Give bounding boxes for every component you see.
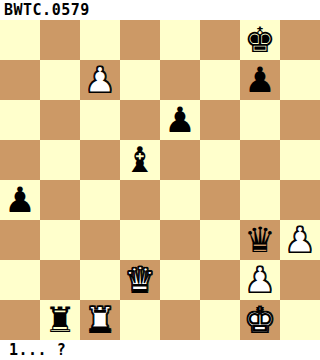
square-e1[interactable]: [160, 300, 200, 340]
square-b2[interactable]: [40, 260, 80, 300]
square-d2[interactable]: ♛: [120, 260, 160, 300]
puzzle-id: BWTC.0579: [4, 1, 90, 19]
square-g6[interactable]: [240, 100, 280, 140]
square-f3[interactable]: [200, 220, 240, 260]
square-d3[interactable]: [120, 220, 160, 260]
square-e5[interactable]: [160, 140, 200, 180]
black-pawn-piece[interactable]: ♟: [164, 100, 195, 140]
square-a7[interactable]: [0, 60, 40, 100]
square-g2[interactable]: ♟: [240, 260, 280, 300]
square-b8[interactable]: [40, 20, 80, 60]
black-king-piece[interactable]: ♚: [244, 20, 275, 60]
white-pawn-piece[interactable]: ♟: [284, 220, 315, 260]
square-a4[interactable]: ♟: [0, 180, 40, 220]
square-c4[interactable]: [80, 180, 120, 220]
square-h4[interactable]: [280, 180, 320, 220]
chess-board: ♚♟♟♟♝♟♛♟♛♟♜♜♚: [0, 20, 320, 340]
square-e6[interactable]: ♟: [160, 100, 200, 140]
square-f1[interactable]: [200, 300, 240, 340]
square-e2[interactable]: [160, 260, 200, 300]
black-pawn-piece[interactable]: ♟: [244, 60, 275, 100]
square-h8[interactable]: [280, 20, 320, 60]
title-bar: BWTC.0579: [0, 0, 320, 20]
square-c7[interactable]: ♟: [80, 60, 120, 100]
black-pawn-piece[interactable]: ♟: [4, 180, 35, 220]
square-f6[interactable]: [200, 100, 240, 140]
square-b1[interactable]: ♜: [40, 300, 80, 340]
square-c5[interactable]: [80, 140, 120, 180]
square-g4[interactable]: [240, 180, 280, 220]
square-h7[interactable]: [280, 60, 320, 100]
black-rook-piece[interactable]: ♜: [44, 300, 75, 340]
square-f2[interactable]: [200, 260, 240, 300]
square-g1[interactable]: ♚: [240, 300, 280, 340]
square-a5[interactable]: [0, 140, 40, 180]
white-queen-piece[interactable]: ♛: [124, 260, 155, 300]
square-e4[interactable]: [160, 180, 200, 220]
square-f5[interactable]: [200, 140, 240, 180]
square-d8[interactable]: [120, 20, 160, 60]
square-e3[interactable]: [160, 220, 200, 260]
square-h6[interactable]: [280, 100, 320, 140]
square-a3[interactable]: [0, 220, 40, 260]
square-a1[interactable]: [0, 300, 40, 340]
square-c8[interactable]: [80, 20, 120, 60]
white-pawn-piece[interactable]: ♟: [244, 260, 275, 300]
square-b7[interactable]: [40, 60, 80, 100]
square-b3[interactable]: [40, 220, 80, 260]
black-queen-piece[interactable]: ♛: [244, 220, 275, 260]
square-d4[interactable]: [120, 180, 160, 220]
square-a6[interactable]: [0, 100, 40, 140]
square-f8[interactable]: [200, 20, 240, 60]
square-c6[interactable]: [80, 100, 120, 140]
white-pawn-piece[interactable]: ♟: [84, 60, 115, 100]
square-h2[interactable]: [280, 260, 320, 300]
square-a2[interactable]: [0, 260, 40, 300]
square-c1[interactable]: ♜: [80, 300, 120, 340]
square-f7[interactable]: [200, 60, 240, 100]
white-rook-piece[interactable]: ♜: [84, 300, 115, 340]
square-h5[interactable]: [280, 140, 320, 180]
square-g3[interactable]: ♛: [240, 220, 280, 260]
square-d7[interactable]: [120, 60, 160, 100]
square-h1[interactable]: [280, 300, 320, 340]
square-d5[interactable]: ♝: [120, 140, 160, 180]
square-b4[interactable]: [40, 180, 80, 220]
move-prompt: 1... ?: [9, 341, 66, 359]
square-a8[interactable]: [0, 20, 40, 60]
square-g7[interactable]: ♟: [240, 60, 280, 100]
square-e8[interactable]: [160, 20, 200, 60]
status-bar: 1... ?: [0, 340, 320, 360]
white-king-piece[interactable]: ♚: [244, 300, 275, 340]
square-c3[interactable]: [80, 220, 120, 260]
square-b5[interactable]: [40, 140, 80, 180]
square-c2[interactable]: [80, 260, 120, 300]
black-bishop-piece[interactable]: ♝: [124, 140, 155, 180]
square-g5[interactable]: [240, 140, 280, 180]
square-e7[interactable]: [160, 60, 200, 100]
square-b6[interactable]: [40, 100, 80, 140]
square-d1[interactable]: [120, 300, 160, 340]
square-h3[interactable]: ♟: [280, 220, 320, 260]
square-g8[interactable]: ♚: [240, 20, 280, 60]
square-f4[interactable]: [200, 180, 240, 220]
square-d6[interactable]: [120, 100, 160, 140]
